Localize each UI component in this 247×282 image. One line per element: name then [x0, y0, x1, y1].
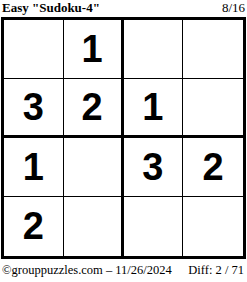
- puzzle-title: Easy "Sudoku-4": [2, 0, 100, 16]
- cell-r4c1[interactable]: 2: [4, 197, 64, 256]
- cell-r2c1[interactable]: 3: [4, 79, 64, 138]
- cell-r3c3[interactable]: 3: [124, 138, 184, 197]
- cell-r1c1[interactable]: [4, 20, 64, 79]
- sudoku-grid: 13211322: [1, 17, 246, 259]
- cell-r3c2[interactable]: [64, 138, 124, 197]
- copyright-text: ©grouppuzzles.com – 11/26/2024: [2, 263, 172, 277]
- cell-r2c2[interactable]: 2: [64, 79, 124, 138]
- puzzle-progress: 8/16: [222, 0, 245, 16]
- cell-r4c2[interactable]: [64, 197, 124, 256]
- cell-r2c4[interactable]: [183, 79, 243, 138]
- cell-r1c4[interactable]: [183, 20, 243, 79]
- page: { "game": "sudoku-4 (4x4 sudoku)", "posi…: [0, 0, 247, 282]
- cell-r2c3[interactable]: 1: [124, 79, 184, 138]
- cell-r3c4[interactable]: 2: [183, 138, 243, 197]
- footer: ©grouppuzzles.com – 11/26/2024 Diff: 2 /…: [2, 263, 244, 277]
- cell-r3c1[interactable]: 1: [4, 138, 64, 197]
- cell-r4c3[interactable]: [124, 197, 184, 256]
- cell-r1c3[interactable]: [124, 20, 184, 79]
- difficulty-text: Diff: 2 / 71: [188, 263, 244, 277]
- cell-r4c4[interactable]: [183, 197, 243, 256]
- header: Easy "Sudoku-4" 8/16: [2, 0, 245, 16]
- cell-r1c2[interactable]: 1: [64, 20, 124, 79]
